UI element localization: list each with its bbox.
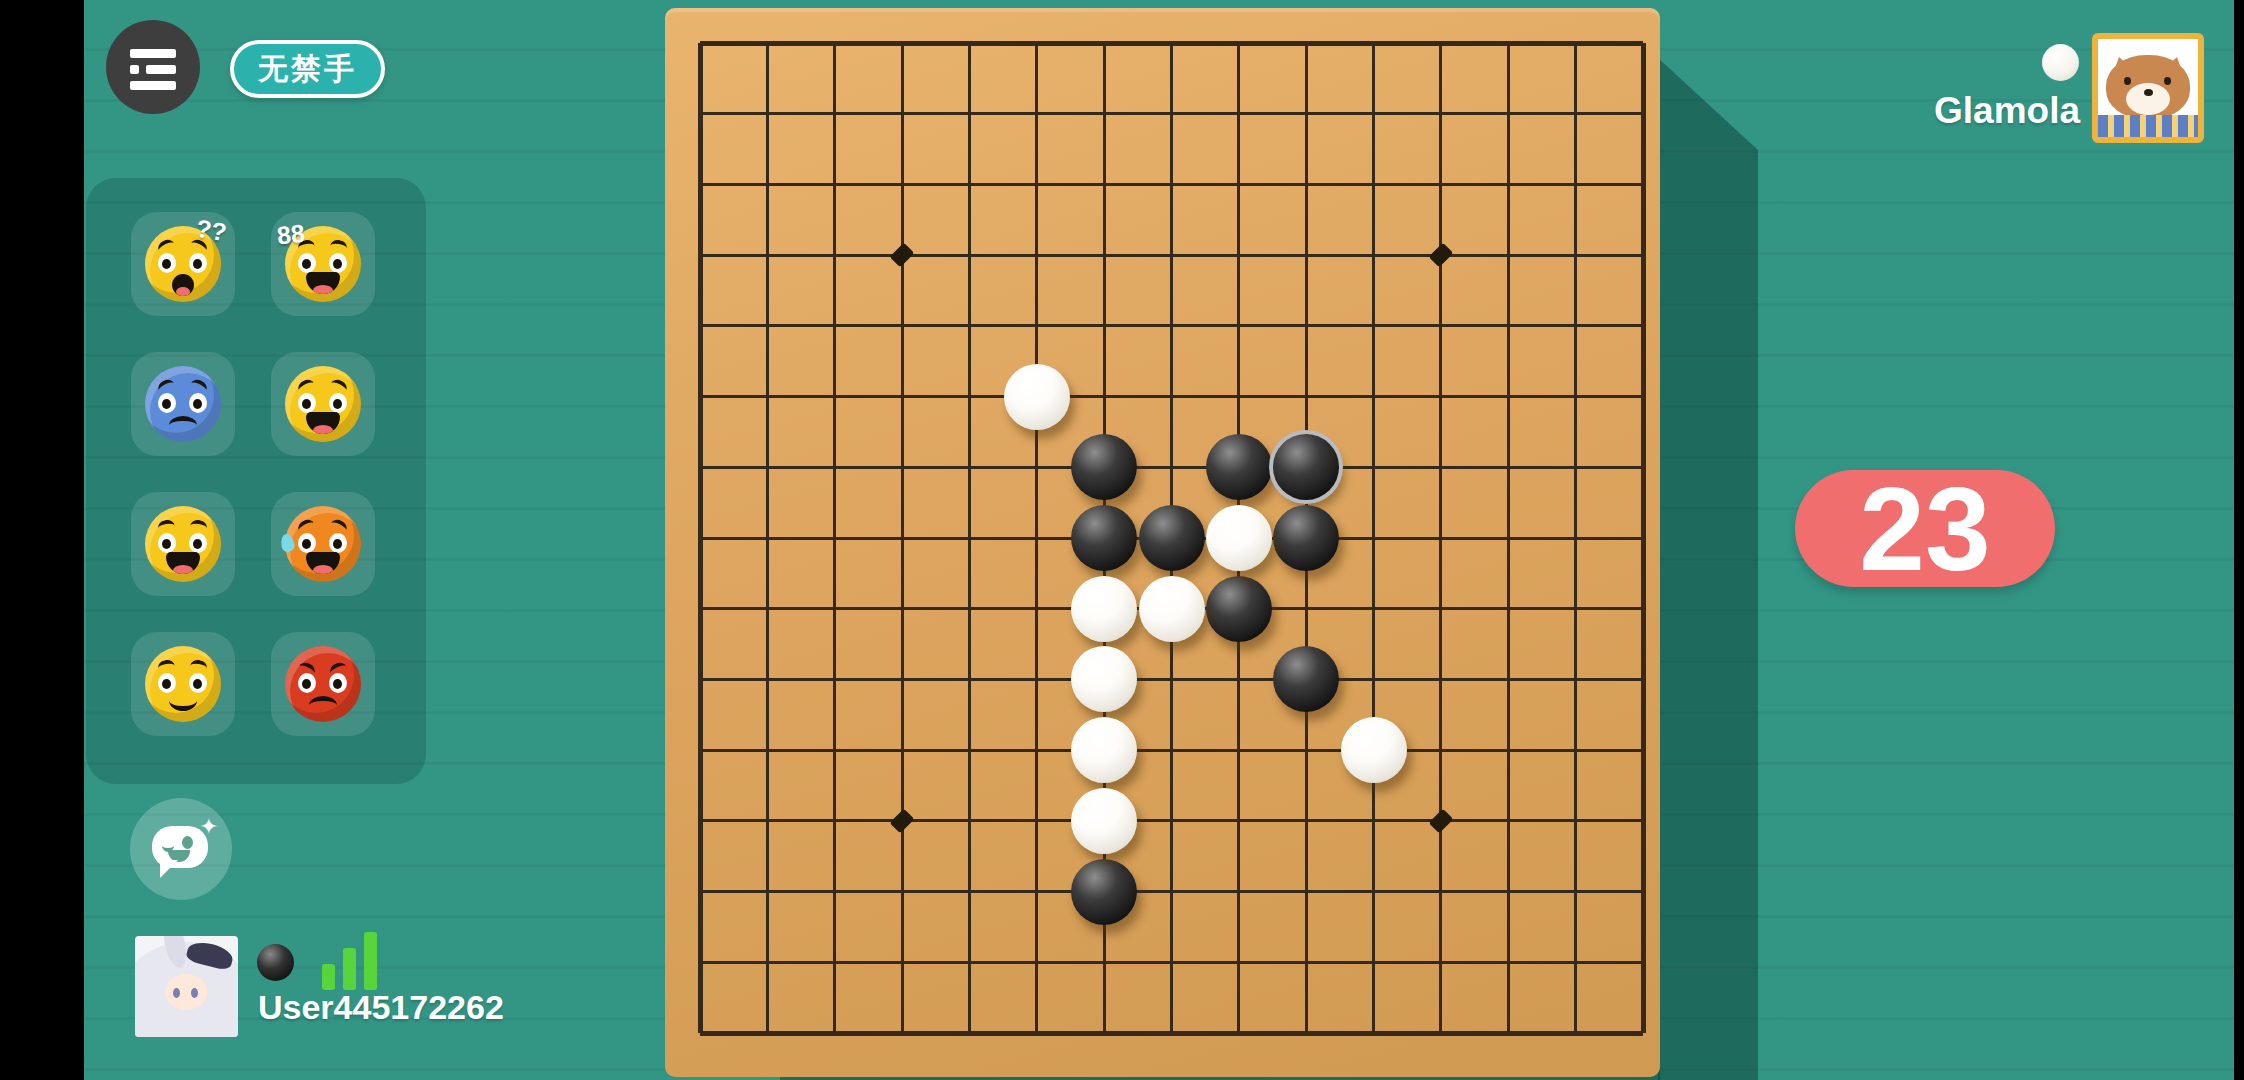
grid-line-h <box>700 1031 1643 1036</box>
emoji-label: ?? <box>195 216 229 246</box>
opponent-avatar <box>2092 33 2204 143</box>
letterbox-left <box>0 0 84 1080</box>
emoji-confused[interactable]: ?? <box>131 212 235 316</box>
connection-signal-icon <box>322 932 382 990</box>
surprised-cheer-face-icon <box>145 506 221 582</box>
grid-line-v <box>1641 43 1646 1033</box>
star-point <box>1428 808 1453 833</box>
game-screen: 无禁手 ??88 ✦ User445172262 Glamola <box>0 0 2244 1080</box>
emoji-surprised-cheer[interactable] <box>131 492 235 596</box>
white-stone <box>1139 576 1205 642</box>
grid-line-h <box>700 961 1643 964</box>
grid-line-v <box>1439 43 1442 1033</box>
player-stone-indicator-black <box>257 944 294 981</box>
rule-badge: 无禁手 <box>230 40 385 98</box>
chat-button[interactable]: ✦ <box>130 798 232 900</box>
move-timer: 23 <box>1795 470 2055 587</box>
board-grid[interactable] <box>700 43 1643 1033</box>
emoji-sad[interactable] <box>131 352 235 456</box>
star-point <box>1428 243 1453 268</box>
white-stone <box>1071 717 1137 783</box>
black-stone <box>1206 576 1272 642</box>
black-stone <box>1071 859 1137 925</box>
emoji-awkward-laugh[interactable] <box>271 352 375 456</box>
grid-line-h <box>700 678 1643 681</box>
emoji-angry[interactable] <box>271 632 375 736</box>
player-name: User445172262 <box>258 988 504 1027</box>
black-stone <box>1273 646 1339 712</box>
black-stone <box>1071 505 1137 571</box>
grid-line-h <box>700 819 1643 822</box>
smile-face-icon <box>145 646 221 722</box>
hamburger-menu-icon <box>130 49 176 58</box>
rule-badge-label: 无禁手 <box>258 49 357 90</box>
emoji-sweat-smile[interactable] <box>271 492 375 596</box>
opponent-name: Glamola <box>1934 90 2080 132</box>
menu-button[interactable] <box>106 20 200 114</box>
grid-line-v <box>1372 43 1375 1033</box>
white-stone <box>1071 576 1137 642</box>
letterbox-right <box>2234 0 2244 1080</box>
black-stone <box>1206 434 1272 500</box>
gomoku-board[interactable] <box>665 8 1660 1077</box>
black-stone <box>1139 505 1205 571</box>
grid-line-h <box>700 749 1643 752</box>
black-stone-last-move <box>1273 434 1339 500</box>
emoji-bye-88[interactable]: 88 <box>271 212 375 316</box>
black-stone <box>1273 505 1339 571</box>
white-stone <box>1071 788 1137 854</box>
angry-face-icon <box>285 646 361 722</box>
grid-line-h <box>700 890 1643 893</box>
sweat-smile-face-icon <box>285 506 361 582</box>
awkward-laugh-face-icon <box>285 366 361 442</box>
player-avatar <box>135 936 238 1037</box>
emoji-panel: ??88 <box>86 178 426 784</box>
grid-line-v <box>1507 43 1510 1033</box>
sparkle-icon: ✦ <box>200 814 218 840</box>
move-timer-value: 23 <box>1859 470 1990 588</box>
sad-face-icon <box>145 366 221 442</box>
emoji-smile[interactable] <box>131 632 235 736</box>
black-stone <box>1071 434 1137 500</box>
opponent-stone-indicator-white <box>2042 44 2079 81</box>
white-stone <box>1341 717 1407 783</box>
star-point <box>890 243 915 268</box>
grid-line-v <box>1574 43 1577 1033</box>
white-stone <box>1206 505 1272 571</box>
board-drop-shadow <box>1658 0 1758 1080</box>
star-point <box>890 808 915 833</box>
white-stone <box>1004 364 1070 430</box>
white-stone <box>1071 646 1137 712</box>
emoji-label: 88 <box>276 221 306 249</box>
